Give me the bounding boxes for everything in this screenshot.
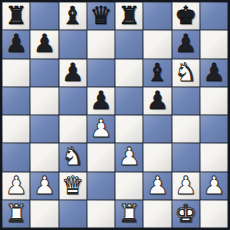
square-g4[interactable] xyxy=(172,115,200,143)
square-e5[interactable] xyxy=(115,87,143,115)
piece-white-rook[interactable]: ♜ xyxy=(5,200,27,228)
square-a2[interactable]: ♟ xyxy=(2,172,30,200)
square-f2[interactable]: ♟ xyxy=(143,172,171,200)
piece-black-bishop[interactable]: ♝ xyxy=(61,2,83,30)
square-e7[interactable] xyxy=(115,30,143,58)
square-c2[interactable]: ♛ xyxy=(59,172,87,200)
piece-black-queen[interactable]: ♛ xyxy=(90,2,112,30)
square-a4[interactable] xyxy=(2,115,30,143)
square-c5[interactable] xyxy=(59,87,87,115)
square-d7[interactable] xyxy=(87,30,115,58)
square-d4[interactable]: ♟ xyxy=(87,115,115,143)
piece-white-pawn[interactable]: ♟ xyxy=(33,172,55,200)
square-b6[interactable] xyxy=(30,59,58,87)
square-e8[interactable]: ♜ xyxy=(115,2,143,30)
square-b4[interactable] xyxy=(30,115,58,143)
square-c3[interactable]: ♞ xyxy=(59,143,87,171)
piece-black-rook[interactable]: ♜ xyxy=(118,2,140,30)
square-e4[interactable] xyxy=(115,115,143,143)
square-a3[interactable] xyxy=(2,143,30,171)
square-f3[interactable] xyxy=(143,143,171,171)
piece-white-pawn[interactable]: ♟ xyxy=(203,172,225,200)
piece-white-rook[interactable]: ♜ xyxy=(118,200,140,228)
square-a7[interactable]: ♟ xyxy=(2,30,30,58)
square-f4[interactable] xyxy=(143,115,171,143)
square-d5[interactable]: ♟ xyxy=(87,87,115,115)
square-h4[interactable] xyxy=(200,115,228,143)
square-h2[interactable]: ♟ xyxy=(200,172,228,200)
square-b2[interactable]: ♟ xyxy=(30,172,58,200)
piece-black-pawn[interactable]: ♟ xyxy=(5,30,27,58)
square-f8[interactable] xyxy=(143,2,171,30)
piece-black-king[interactable]: ♚ xyxy=(174,2,196,30)
square-e1[interactable]: ♜ xyxy=(115,200,143,228)
piece-white-knight[interactable]: ♞ xyxy=(61,143,83,171)
piece-white-king[interactable]: ♚ xyxy=(174,200,196,228)
square-b7[interactable]: ♟ xyxy=(30,30,58,58)
square-h6[interactable]: ♟ xyxy=(200,59,228,87)
piece-white-pawn[interactable]: ♟ xyxy=(146,172,168,200)
square-h3[interactable] xyxy=(200,143,228,171)
square-g8[interactable]: ♚ xyxy=(172,2,200,30)
piece-black-pawn[interactable]: ♟ xyxy=(90,87,112,115)
piece-black-pawn[interactable]: ♟ xyxy=(146,87,168,115)
piece-black-rook[interactable]: ♜ xyxy=(5,2,27,30)
square-c8[interactable]: ♝ xyxy=(59,2,87,30)
square-f5[interactable]: ♟ xyxy=(143,87,171,115)
square-e2[interactable] xyxy=(115,172,143,200)
square-b1[interactable] xyxy=(30,200,58,228)
square-g1[interactable]: ♚ xyxy=(172,200,200,228)
piece-white-knight[interactable]: ♞ xyxy=(174,59,196,87)
piece-white-queen[interactable]: ♛ xyxy=(61,172,83,200)
piece-white-pawn[interactable]: ♟ xyxy=(90,115,112,143)
piece-white-pawn[interactable]: ♟ xyxy=(174,172,196,200)
square-f7[interactable] xyxy=(143,30,171,58)
square-a1[interactable]: ♜ xyxy=(2,200,30,228)
square-e6[interactable] xyxy=(115,59,143,87)
square-c7[interactable] xyxy=(59,30,87,58)
piece-black-pawn[interactable]: ♟ xyxy=(174,30,196,58)
square-a8[interactable]: ♜ xyxy=(2,2,30,30)
square-b5[interactable] xyxy=(30,87,58,115)
square-d3[interactable] xyxy=(87,143,115,171)
square-d2[interactable] xyxy=(87,172,115,200)
square-a5[interactable] xyxy=(2,87,30,115)
square-h1[interactable] xyxy=(200,200,228,228)
square-d8[interactable]: ♛ xyxy=(87,2,115,30)
square-f6[interactable]: ♝ xyxy=(143,59,171,87)
square-d1[interactable] xyxy=(87,200,115,228)
square-g5[interactable] xyxy=(172,87,200,115)
piece-black-bishop[interactable]: ♝ xyxy=(146,59,168,87)
square-c1[interactable] xyxy=(59,200,87,228)
square-h7[interactable] xyxy=(200,30,228,58)
chess-board: ♜♝♛♜♚♟♟♟♟♝♞♟♟♟♟♞♟♟♟♛♟♟♟♜♜♚ xyxy=(0,0,230,230)
square-e3[interactable]: ♟ xyxy=(115,143,143,171)
square-f1[interactable] xyxy=(143,200,171,228)
piece-black-pawn[interactable]: ♟ xyxy=(61,59,83,87)
square-h8[interactable] xyxy=(200,2,228,30)
square-g7[interactable]: ♟ xyxy=(172,30,200,58)
square-c4[interactable] xyxy=(59,115,87,143)
square-g3[interactable] xyxy=(172,143,200,171)
square-g6[interactable]: ♞ xyxy=(172,59,200,87)
piece-white-pawn[interactable]: ♟ xyxy=(5,172,27,200)
square-b3[interactable] xyxy=(30,143,58,171)
square-c6[interactable]: ♟ xyxy=(59,59,87,87)
square-a6[interactable] xyxy=(2,59,30,87)
square-b8[interactable] xyxy=(30,2,58,30)
piece-black-pawn[interactable]: ♟ xyxy=(33,30,55,58)
square-h5[interactable] xyxy=(200,87,228,115)
piece-black-pawn[interactable]: ♟ xyxy=(203,59,225,87)
square-d6[interactable] xyxy=(87,59,115,87)
piece-white-pawn[interactable]: ♟ xyxy=(118,143,140,171)
square-g2[interactable]: ♟ xyxy=(172,172,200,200)
